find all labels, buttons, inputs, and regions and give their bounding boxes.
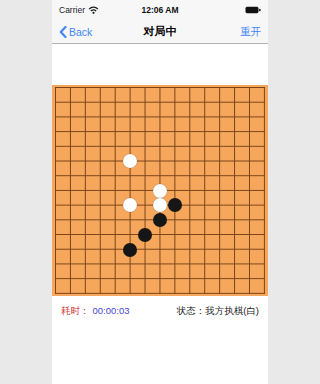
stone-black[interactable] — [123, 243, 137, 257]
status-bar: Carrier 12:06 AM — [52, 0, 268, 20]
elapsed-time: 耗时：00:00:03 — [61, 305, 129, 318]
gomoku-board[interactable] — [52, 85, 268, 296]
back-button-label: Back — [69, 26, 92, 38]
app-screen: Carrier 12:06 AM — [52, 0, 268, 384]
restart-button[interactable]: 重开 — [240, 25, 261, 39]
wifi-icon — [88, 6, 99, 14]
stone-white[interactable] — [153, 198, 167, 212]
carrier-label: Carrier — [59, 5, 85, 15]
stone-black[interactable] — [168, 198, 182, 212]
game-status: 状态：我方执棋(白) — [177, 305, 259, 318]
chevron-left-icon — [59, 26, 67, 38]
stone-black[interactable] — [153, 213, 167, 227]
back-button[interactable]: Back — [59, 26, 92, 38]
nav-bar-right: 重开 — [198, 25, 261, 39]
stone-black[interactable] — [138, 228, 152, 242]
info-bar: 耗时：00:00:03 状态：我方执棋(白) — [52, 303, 268, 319]
elapsed-time-value: 00:00:03 — [93, 305, 130, 316]
stone-white[interactable] — [123, 154, 137, 168]
nav-bar-left: Back — [59, 26, 122, 38]
clock: 12:06 AM — [126, 5, 193, 15]
game-status-value: 我方执棋(白) — [205, 305, 259, 316]
status-bar-left: Carrier — [59, 5, 126, 15]
stone-white[interactable] — [153, 184, 167, 198]
game-status-label: 状态： — [177, 305, 206, 316]
page-title: 对局中 — [122, 24, 198, 39]
elapsed-time-label: 耗时： — [61, 305, 90, 316]
nav-bar: Back 对局中 重开 — [52, 20, 268, 44]
board-grid[interactable] — [55, 87, 265, 294]
battery-icon — [245, 6, 261, 14]
stone-white[interactable] — [123, 198, 137, 212]
status-bar-right — [194, 6, 261, 14]
